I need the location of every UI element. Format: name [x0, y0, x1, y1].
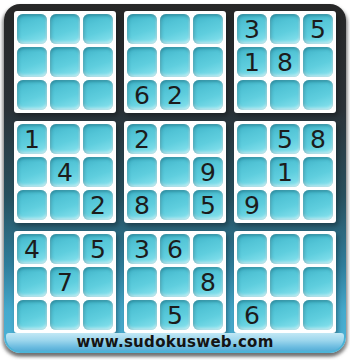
box-r3c1: 457 — [14, 231, 116, 333]
cell-r4c2[interactable] — [50, 124, 80, 154]
cell-r2c8[interactable]: 8 — [270, 47, 300, 77]
cell-r6c3[interactable]: 2 — [83, 190, 113, 220]
sudoku-board: 6235181422985581945736856 — [14, 11, 336, 333]
cell-r9c7[interactable]: 6 — [237, 300, 267, 330]
cell-r8c1[interactable] — [17, 267, 47, 297]
cell-r3c9[interactable] — [303, 80, 333, 110]
cell-r4c6[interactable] — [193, 124, 223, 154]
cell-r3c2[interactable] — [50, 80, 80, 110]
cell-r2c3[interactable] — [83, 47, 113, 77]
cell-r6c9[interactable] — [303, 190, 333, 220]
cell-r9c4[interactable] — [127, 300, 157, 330]
cell-r5c3[interactable] — [83, 157, 113, 187]
cell-r6c4[interactable]: 8 — [127, 190, 157, 220]
cell-r5c6[interactable]: 9 — [193, 157, 223, 187]
cell-r8c7[interactable] — [237, 267, 267, 297]
cell-r6c5[interactable] — [160, 190, 190, 220]
box-r1c3: 3518 — [234, 11, 336, 113]
cell-r8c9[interactable] — [303, 267, 333, 297]
cell-r2c7[interactable]: 1 — [237, 47, 267, 77]
cell-r1c2[interactable] — [50, 14, 80, 44]
box-r1c2: 62 — [124, 11, 226, 113]
cell-r4c1[interactable]: 1 — [17, 124, 47, 154]
cell-r7c6[interactable] — [193, 234, 223, 264]
cell-r2c5[interactable] — [160, 47, 190, 77]
cell-r3c3[interactable] — [83, 80, 113, 110]
cell-r8c6[interactable]: 8 — [193, 267, 223, 297]
cell-r8c4[interactable] — [127, 267, 157, 297]
cell-r5c4[interactable] — [127, 157, 157, 187]
board-frame: 6235181422985581945736856 www.sudokusweb… — [4, 4, 346, 353]
cell-r7c8[interactable] — [270, 234, 300, 264]
cell-r2c1[interactable] — [17, 47, 47, 77]
cell-r1c3[interactable] — [83, 14, 113, 44]
cell-r6c6[interactable]: 5 — [193, 190, 223, 220]
cell-r7c4[interactable]: 3 — [127, 234, 157, 264]
cell-r6c1[interactable] — [17, 190, 47, 220]
cell-r5c9[interactable] — [303, 157, 333, 187]
box-r3c2: 3685 — [124, 231, 226, 333]
cell-r7c9[interactable] — [303, 234, 333, 264]
cell-r2c4[interactable] — [127, 47, 157, 77]
cell-r2c9[interactable] — [303, 47, 333, 77]
box-r1c1 — [14, 11, 116, 113]
cell-r1c6[interactable] — [193, 14, 223, 44]
cell-r7c1[interactable]: 4 — [17, 234, 47, 264]
cell-r9c1[interactable] — [17, 300, 47, 330]
cell-r9c8[interactable] — [270, 300, 300, 330]
cell-r7c3[interactable]: 5 — [83, 234, 113, 264]
cell-r3c6[interactable] — [193, 80, 223, 110]
cell-r5c7[interactable] — [237, 157, 267, 187]
footer-band: www.sudokusweb.com — [6, 333, 344, 351]
page: 6235181422985581945736856 www.sudokusweb… — [0, 0, 350, 360]
cell-r1c7[interactable]: 3 — [237, 14, 267, 44]
cell-r4c4[interactable]: 2 — [127, 124, 157, 154]
cell-r3c8[interactable] — [270, 80, 300, 110]
cell-r5c1[interactable] — [17, 157, 47, 187]
cell-r6c2[interactable] — [50, 190, 80, 220]
cell-r5c8[interactable]: 1 — [270, 157, 300, 187]
cell-r8c5[interactable] — [160, 267, 190, 297]
cell-r8c2[interactable]: 7 — [50, 267, 80, 297]
cell-r2c2[interactable] — [50, 47, 80, 77]
cell-r1c1[interactable] — [17, 14, 47, 44]
cell-r4c8[interactable]: 5 — [270, 124, 300, 154]
cell-r4c7[interactable] — [237, 124, 267, 154]
cell-r8c8[interactable] — [270, 267, 300, 297]
cell-r9c5[interactable]: 5 — [160, 300, 190, 330]
box-r3c3: 6 — [234, 231, 336, 333]
cell-r5c5[interactable] — [160, 157, 190, 187]
box-r2c1: 142 — [14, 121, 116, 223]
cell-r9c3[interactable] — [83, 300, 113, 330]
cell-r1c9[interactable]: 5 — [303, 14, 333, 44]
cell-r7c5[interactable]: 6 — [160, 234, 190, 264]
cell-r4c9[interactable]: 8 — [303, 124, 333, 154]
box-r2c3: 5819 — [234, 121, 336, 223]
cell-r5c2[interactable]: 4 — [50, 157, 80, 187]
cell-r6c8[interactable] — [270, 190, 300, 220]
cell-r3c5[interactable]: 2 — [160, 80, 190, 110]
cell-r2c6[interactable] — [193, 47, 223, 77]
cell-r3c7[interactable] — [237, 80, 267, 110]
cell-r1c5[interactable] — [160, 14, 190, 44]
cell-r8c3[interactable] — [83, 267, 113, 297]
cell-r1c4[interactable] — [127, 14, 157, 44]
box-r2c2: 2985 — [124, 121, 226, 223]
cell-r3c1[interactable] — [17, 80, 47, 110]
cell-r7c2[interactable] — [50, 234, 80, 264]
cell-r3c4[interactable]: 6 — [127, 80, 157, 110]
cell-r6c7[interactable]: 9 — [237, 190, 267, 220]
cell-r1c8[interactable] — [270, 14, 300, 44]
cell-r7c7[interactable] — [237, 234, 267, 264]
cell-r4c5[interactable] — [160, 124, 190, 154]
cell-r4c3[interactable] — [83, 124, 113, 154]
cell-r9c6[interactable] — [193, 300, 223, 330]
website-link[interactable]: www.sudokusweb.com — [76, 333, 273, 351]
cell-r9c2[interactable] — [50, 300, 80, 330]
cell-r9c9[interactable] — [303, 300, 333, 330]
